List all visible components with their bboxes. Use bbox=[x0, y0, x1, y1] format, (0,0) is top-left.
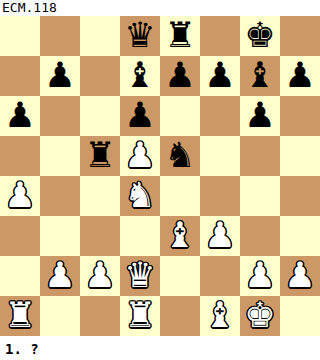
white-pawn: ♟ bbox=[4, 178, 35, 213]
black-pawn: ♟ bbox=[44, 58, 75, 93]
square-f7[interactable]: ♟ bbox=[200, 56, 240, 96]
square-a7[interactable] bbox=[0, 56, 40, 96]
square-c1[interactable] bbox=[80, 296, 120, 336]
square-h6[interactable] bbox=[280, 96, 320, 136]
square-d1[interactable]: ♜ bbox=[120, 296, 160, 336]
square-c8[interactable] bbox=[80, 16, 120, 56]
square-d7[interactable]: ♝ bbox=[120, 56, 160, 96]
square-c2[interactable]: ♟ bbox=[80, 256, 120, 296]
square-f6[interactable] bbox=[200, 96, 240, 136]
white-pawn: ♟ bbox=[84, 258, 115, 293]
square-d5[interactable]: ♟ bbox=[120, 136, 160, 176]
black-bishop: ♝ bbox=[244, 58, 275, 93]
move-prompt: 1. ? bbox=[0, 336, 320, 360]
square-e3[interactable]: ♝ bbox=[160, 216, 200, 256]
black-pawn: ♟ bbox=[164, 58, 195, 93]
white-pawn: ♟ bbox=[204, 218, 235, 253]
square-h3[interactable] bbox=[280, 216, 320, 256]
square-b8[interactable] bbox=[40, 16, 80, 56]
black-bishop: ♝ bbox=[124, 58, 155, 93]
square-h1[interactable] bbox=[280, 296, 320, 336]
square-b7[interactable]: ♟ bbox=[40, 56, 80, 96]
square-h2[interactable]: ♟ bbox=[280, 256, 320, 296]
square-b6[interactable] bbox=[40, 96, 80, 136]
white-rook: ♜ bbox=[4, 298, 35, 333]
square-e8[interactable]: ♜ bbox=[160, 16, 200, 56]
square-d8[interactable]: ♛ bbox=[120, 16, 160, 56]
square-f8[interactable] bbox=[200, 16, 240, 56]
black-pawn: ♟ bbox=[204, 58, 235, 93]
square-d2[interactable]: ♛ bbox=[120, 256, 160, 296]
black-rook: ♜ bbox=[164, 18, 195, 53]
square-a3[interactable] bbox=[0, 216, 40, 256]
square-b2[interactable]: ♟ bbox=[40, 256, 80, 296]
square-f2[interactable] bbox=[200, 256, 240, 296]
white-pawn: ♟ bbox=[124, 138, 155, 173]
square-e6[interactable] bbox=[160, 96, 200, 136]
square-h7[interactable]: ♟ bbox=[280, 56, 320, 96]
square-f4[interactable] bbox=[200, 176, 240, 216]
square-h4[interactable] bbox=[280, 176, 320, 216]
square-g3[interactable] bbox=[240, 216, 280, 256]
square-f3[interactable]: ♟ bbox=[200, 216, 240, 256]
white-rook: ♜ bbox=[124, 298, 155, 333]
square-d6[interactable]: ♟ bbox=[120, 96, 160, 136]
square-c3[interactable] bbox=[80, 216, 120, 256]
white-pawn: ♟ bbox=[284, 258, 315, 293]
square-e7[interactable]: ♟ bbox=[160, 56, 200, 96]
black-pawn: ♟ bbox=[284, 58, 315, 93]
square-g8[interactable]: ♚ bbox=[240, 16, 280, 56]
square-a6[interactable]: ♟ bbox=[0, 96, 40, 136]
diagram-label: ECM.118 bbox=[0, 0, 320, 16]
square-f5[interactable] bbox=[200, 136, 240, 176]
square-c5[interactable]: ♜ bbox=[80, 136, 120, 176]
square-g4[interactable] bbox=[240, 176, 280, 216]
square-b3[interactable] bbox=[40, 216, 80, 256]
square-d4[interactable]: ♞ bbox=[120, 176, 160, 216]
square-a8[interactable] bbox=[0, 16, 40, 56]
black-pawn: ♟ bbox=[4, 98, 35, 133]
chess-board: ♛♜♚♟♝♟♟♝♟♟♟♟♜♟♞♟♞♝♟♟♟♛♟♟♜♜♝♚ bbox=[0, 16, 320, 336]
white-bishop: ♝ bbox=[204, 298, 235, 333]
square-g7[interactable]: ♝ bbox=[240, 56, 280, 96]
white-knight: ♞ bbox=[124, 178, 155, 213]
square-h5[interactable] bbox=[280, 136, 320, 176]
black-queen: ♛ bbox=[124, 18, 155, 53]
square-a2[interactable] bbox=[0, 256, 40, 296]
square-e4[interactable] bbox=[160, 176, 200, 216]
square-g2[interactable]: ♟ bbox=[240, 256, 280, 296]
square-f1[interactable]: ♝ bbox=[200, 296, 240, 336]
black-rook: ♜ bbox=[84, 138, 115, 173]
square-h8[interactable] bbox=[280, 16, 320, 56]
square-b1[interactable] bbox=[40, 296, 80, 336]
square-e5[interactable]: ♞ bbox=[160, 136, 200, 176]
square-c7[interactable] bbox=[80, 56, 120, 96]
black-pawn: ♟ bbox=[124, 98, 155, 133]
white-bishop: ♝ bbox=[164, 218, 195, 253]
black-pawn: ♟ bbox=[244, 98, 275, 133]
square-g6[interactable]: ♟ bbox=[240, 96, 280, 136]
square-a1[interactable]: ♜ bbox=[0, 296, 40, 336]
square-e1[interactable] bbox=[160, 296, 200, 336]
square-a4[interactable]: ♟ bbox=[0, 176, 40, 216]
white-queen: ♛ bbox=[124, 258, 155, 293]
square-d3[interactable] bbox=[120, 216, 160, 256]
black-knight: ♞ bbox=[164, 138, 195, 173]
square-g5[interactable] bbox=[240, 136, 280, 176]
square-c6[interactable] bbox=[80, 96, 120, 136]
white-pawn: ♟ bbox=[44, 258, 75, 293]
square-a5[interactable] bbox=[0, 136, 40, 176]
white-pawn: ♟ bbox=[244, 258, 275, 293]
square-b5[interactable] bbox=[40, 136, 80, 176]
black-king: ♚ bbox=[244, 18, 275, 53]
square-e2[interactable] bbox=[160, 256, 200, 296]
square-c4[interactable] bbox=[80, 176, 120, 216]
white-king: ♚ bbox=[244, 298, 275, 333]
square-b4[interactable] bbox=[40, 176, 80, 216]
square-g1[interactable]: ♚ bbox=[240, 296, 280, 336]
